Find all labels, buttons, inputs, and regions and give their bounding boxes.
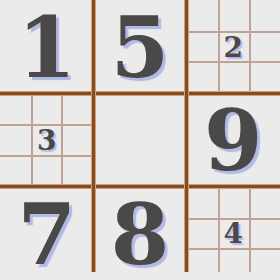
cell-r2c0[interactable]: 7 xyxy=(0,187,93,280)
sudoku-board: 1 5 2 3 9 7 8 4 xyxy=(0,0,280,280)
cell-r0c2[interactable]: 2 xyxy=(187,0,280,93)
cell-r0c0[interactable]: 1 xyxy=(0,0,93,93)
cell-r2c2[interactable]: 4 xyxy=(187,187,280,280)
digit: 5 xyxy=(111,3,169,90)
cell-r1c0[interactable]: 3 xyxy=(0,93,93,186)
digit: 7 xyxy=(17,190,75,277)
cell-r2c1[interactable]: 8 xyxy=(93,187,186,280)
digit: 1 xyxy=(17,3,75,90)
cell-r1c1-empty[interactable] xyxy=(93,93,186,186)
digit: 4 xyxy=(224,218,243,248)
cell-r1c2[interactable]: 9 xyxy=(187,93,280,186)
digit: 2 xyxy=(224,32,243,62)
digit: 3 xyxy=(37,125,56,155)
digit: 8 xyxy=(111,190,169,277)
digit: 9 xyxy=(204,96,262,183)
cell-r0c1[interactable]: 5 xyxy=(93,0,186,93)
